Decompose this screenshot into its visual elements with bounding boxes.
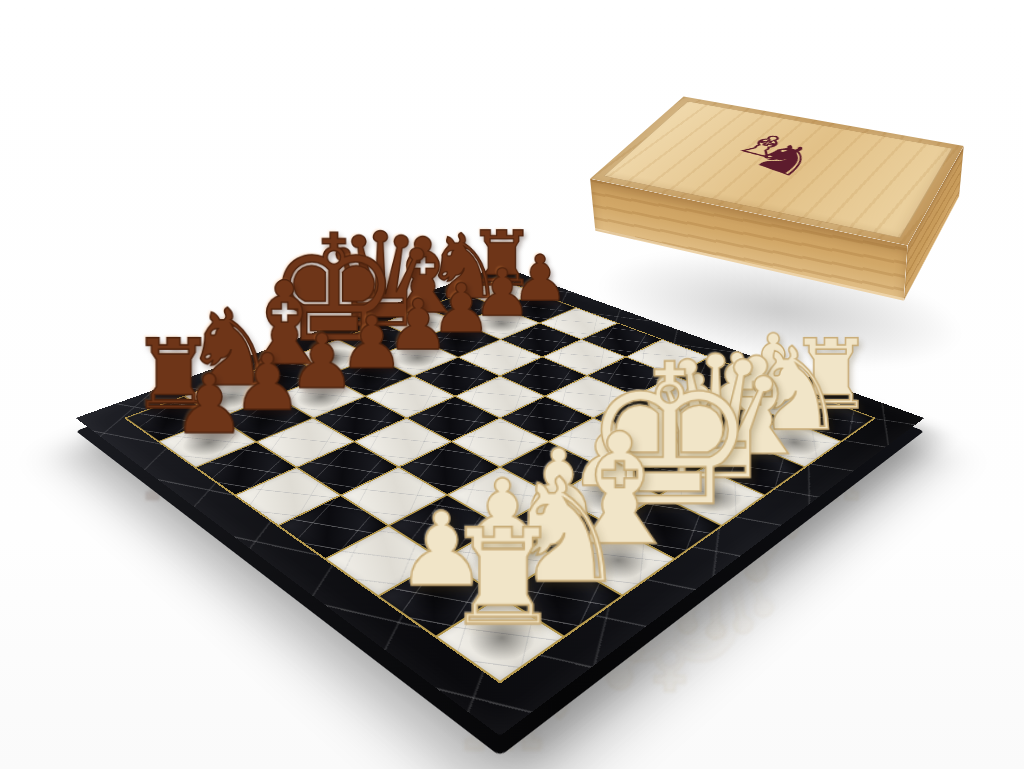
- chess-piece-glyph: ♟♟: [173, 368, 246, 443]
- chess-board-tilt: ♜♜♞♞♝♝♚♚♛♛♝♝♞♞♜♜♟♟♟♟♟♟♟♟♟♟♟♟♟♟♟♟♟♟♟♟♟♟♟♟…: [76, 266, 925, 736]
- chess-board: ♜♜♞♞♝♝♚♚♛♛♝♝♞♞♜♜♟♟♟♟♟♟♟♟♟♟♟♟♟♟♟♟♟♟♟♟♟♟♟♟…: [76, 266, 925, 736]
- chess-piece-glyph: ♜♜: [444, 517, 563, 639]
- product-photo-canvas: ♝♞ ♜♜♞♞♝♝♚♚♛♛♝♝♞♞♜♜♟♟♟♟♟♟♟♟♟♟♟♟♟♟♟♟♟♟♟♟♟…: [0, 0, 1024, 769]
- piece-white-rook-h1: ♜♜: [407, 363, 600, 639]
- board-grid: ♜♜♞♞♝♝♚♚♛♛♝♝♞♞♜♜♟♟♟♟♟♟♟♟♟♟♟♟♟♟♟♟♟♟♟♟♟♟♟♟…: [124, 279, 876, 683]
- square-h7: ♟♟: [160, 419, 255, 467]
- piece-black-pawn-h7: ♟♟: [136, 234, 282, 443]
- square-h1: ♜♜: [437, 597, 562, 681]
- chess-board-scene: ♜♜♞♞♝♝♚♚♛♛♝♝♞♞♜♜♟♟♟♟♟♟♟♟♟♟♟♟♟♟♟♟♟♟♟♟♟♟♟♟…: [200, 118, 800, 718]
